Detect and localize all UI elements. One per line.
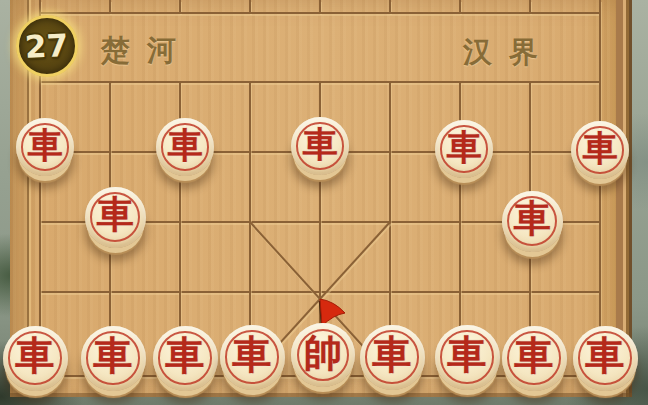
piece-red-chariot[interactable]: 車 [502,191,563,252]
piece-red-chariot[interactable]: 車 [85,187,146,248]
piece-character: 車 [573,326,638,387]
piece-red-chariot[interactable]: 車 [220,325,285,390]
piece-character: 帥 [291,323,355,383]
piece-red-general[interactable]: 帥 [291,323,355,387]
piece-red-chariot[interactable]: 車 [360,325,425,390]
piece-character: 車 [502,191,563,248]
piece-character: 車 [85,187,146,244]
game-screen: 楚河 汉界 車車車車車車車車車車車帥車車車車 27 [0,0,648,405]
level-badge: 27 [16,15,78,77]
piece-character: 車 [156,118,214,173]
piece-character: 車 [435,325,500,386]
level-number: 27 [25,27,70,65]
piece-character: 車 [571,121,629,176]
piece-red-chariot[interactable]: 車 [3,326,68,391]
piece-red-chariot[interactable]: 車 [435,120,493,178]
piece-character: 車 [435,120,493,175]
piece-red-chariot[interactable]: 車 [81,326,146,391]
piece-red-chariot[interactable]: 車 [571,121,629,179]
piece-red-chariot[interactable]: 車 [502,326,567,391]
piece-character: 車 [291,117,349,172]
piece-character: 車 [220,325,285,386]
piece-character: 車 [3,326,68,387]
piece-character: 車 [81,326,146,387]
piece-red-chariot[interactable]: 車 [153,326,218,391]
piece-character: 車 [360,325,425,386]
piece-red-chariot[interactable]: 車 [435,325,500,390]
piece-character: 車 [502,326,567,387]
piece-red-chariot[interactable]: 車 [573,326,638,391]
piece-red-chariot[interactable]: 車 [156,118,214,176]
piece-red-chariot[interactable]: 車 [291,117,349,175]
river-label-chu: 楚河 [101,31,193,71]
river-label-han: 汉界 [463,33,555,73]
piece-character: 車 [16,118,74,173]
piece-character: 車 [153,326,218,387]
piece-red-chariot[interactable]: 車 [16,118,74,176]
